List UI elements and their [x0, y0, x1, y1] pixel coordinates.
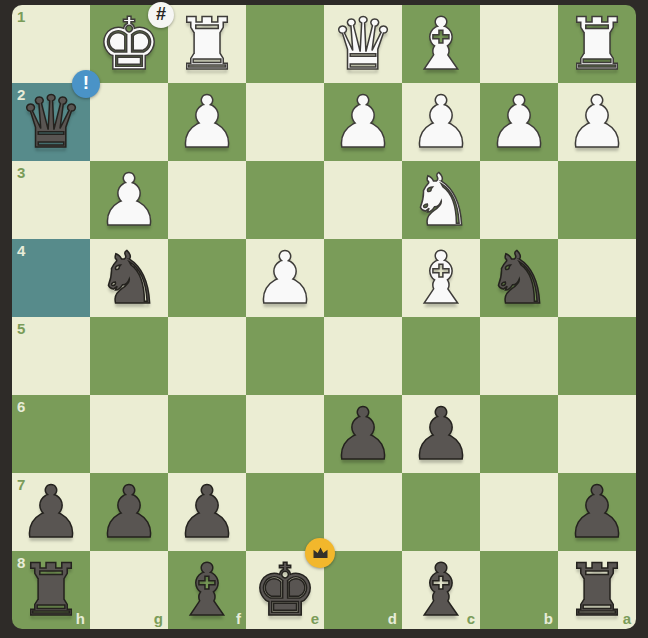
piece-white-pawn[interactable]: ♟ [409, 83, 474, 161]
piece-black-bishop[interactable]: ♝ [409, 551, 474, 629]
square-g3[interactable]: ♟ [90, 161, 168, 239]
piece-black-pawn[interactable]: ♟ [175, 473, 240, 551]
square-d3[interactable] [324, 161, 402, 239]
piece-white-knight[interactable]: ♞ [409, 161, 474, 239]
piece-white-pawn[interactable]: ♟ [331, 83, 396, 161]
rank-label-6: 6 [17, 399, 25, 414]
square-h3[interactable]: 3 [12, 161, 90, 239]
square-b5[interactable] [480, 317, 558, 395]
square-b4[interactable]: ♞ [480, 239, 558, 317]
square-c5[interactable] [402, 317, 480, 395]
piece-black-pawn[interactable]: ♟ [409, 395, 474, 473]
file-label-f: f [236, 611, 241, 626]
square-h2[interactable]: ♛2 [12, 83, 90, 161]
square-d4[interactable] [324, 239, 402, 317]
piece-black-pawn[interactable]: ♟ [19, 473, 84, 551]
square-a6[interactable] [558, 395, 636, 473]
piece-white-pawn[interactable]: ♟ [487, 83, 552, 161]
rank-label-4: 4 [17, 243, 25, 258]
square-c2[interactable]: ♟ [402, 83, 480, 161]
square-e3[interactable] [246, 161, 324, 239]
rank-label-3: 3 [17, 165, 25, 180]
square-c4[interactable]: ♝ [402, 239, 480, 317]
square-f2[interactable]: ♟ [168, 83, 246, 161]
square-e2[interactable] [246, 83, 324, 161]
square-f7[interactable]: ♟ [168, 473, 246, 551]
square-f1[interactable]: ♜ [168, 5, 246, 83]
piece-white-bishop[interactable]: ♝ [409, 5, 474, 83]
piece-black-rook[interactable]: ♜ [565, 551, 630, 629]
piece-black-pawn[interactable]: ♟ [565, 473, 630, 551]
piece-black-pawn[interactable]: ♟ [331, 395, 396, 473]
file-label-c: c [467, 611, 475, 626]
piece-black-queen[interactable]: ♛ [19, 83, 84, 161]
square-g1[interactable]: ♚ [90, 5, 168, 83]
piece-white-rook[interactable]: ♜ [565, 5, 630, 83]
square-b2[interactable]: ♟ [480, 83, 558, 161]
square-d2[interactable]: ♟ [324, 83, 402, 161]
square-a3[interactable] [558, 161, 636, 239]
rank-label-5: 5 [17, 321, 25, 336]
square-a5[interactable] [558, 317, 636, 395]
square-h5[interactable]: 5 [12, 317, 90, 395]
square-d1[interactable]: ♛ [324, 5, 402, 83]
square-a7[interactable]: ♟ [558, 473, 636, 551]
square-d8[interactable]: d [324, 551, 402, 629]
square-d5[interactable] [324, 317, 402, 395]
square-c3[interactable]: ♞ [402, 161, 480, 239]
square-b7[interactable] [480, 473, 558, 551]
square-a8[interactable]: ♜a [558, 551, 636, 629]
rank-label-2: 2 [17, 87, 25, 102]
square-h1[interactable]: 1 [12, 5, 90, 83]
rank-label-8: 8 [17, 555, 25, 570]
piece-white-bishop[interactable]: ♝ [409, 239, 474, 317]
chess-board: 1♚♜♛♝♜♛2♟♟♟♟♟3♟♞4♞♟♝♞56♟♟♟7♟♟♟♜8hg♝f♚ed♝… [12, 5, 636, 629]
square-h8[interactable]: ♜8h [12, 551, 90, 629]
file-label-d: d [388, 611, 397, 626]
file-label-g: g [154, 611, 163, 626]
square-d7[interactable] [324, 473, 402, 551]
rank-label-7: 7 [17, 477, 25, 492]
square-g5[interactable] [90, 317, 168, 395]
piece-white-queen[interactable]: ♛ [331, 5, 396, 83]
square-b6[interactable] [480, 395, 558, 473]
piece-white-king[interactable]: ♚ [97, 5, 162, 83]
square-e1[interactable] [246, 5, 324, 83]
square-f4[interactable] [168, 239, 246, 317]
square-a1[interactable]: ♜ [558, 5, 636, 83]
square-c7[interactable] [402, 473, 480, 551]
square-a2[interactable]: ♟ [558, 83, 636, 161]
piece-black-knight[interactable]: ♞ [487, 239, 552, 317]
square-f5[interactable] [168, 317, 246, 395]
piece-black-bishop[interactable]: ♝ [175, 551, 240, 629]
file-label-e: e [311, 611, 319, 626]
piece-white-pawn[interactable]: ♟ [253, 239, 318, 317]
square-e5[interactable] [246, 317, 324, 395]
square-h7[interactable]: ♟7 [12, 473, 90, 551]
file-label-h: h [76, 611, 85, 626]
square-g7[interactable]: ♟ [90, 473, 168, 551]
piece-white-pawn[interactable]: ♟ [175, 83, 240, 161]
piece-black-rook[interactable]: ♜ [19, 551, 84, 629]
square-c1[interactable]: ♝ [402, 5, 480, 83]
rank-label-1: 1 [17, 9, 25, 24]
square-f6[interactable] [168, 395, 246, 473]
square-a4[interactable] [558, 239, 636, 317]
piece-white-rook[interactable]: ♜ [175, 5, 240, 83]
square-e4[interactable]: ♟ [246, 239, 324, 317]
square-b8[interactable]: b [480, 551, 558, 629]
square-c6[interactable]: ♟ [402, 395, 480, 473]
file-label-a: a [623, 611, 631, 626]
square-b1[interactable] [480, 5, 558, 83]
game-screen: 1♚♜♛♝♜♛2♟♟♟♟♟3♟♞4♞♟♝♞56♟♟♟7♟♟♟♜8hg♝f♚ed♝… [0, 0, 648, 638]
square-g4[interactable]: ♞ [90, 239, 168, 317]
piece-white-pawn[interactable]: ♟ [565, 83, 630, 161]
piece-black-knight[interactable]: ♞ [97, 239, 162, 317]
square-e8[interactable]: ♚e [246, 551, 324, 629]
square-d6[interactable]: ♟ [324, 395, 402, 473]
square-b3[interactable] [480, 161, 558, 239]
piece-black-pawn[interactable]: ♟ [97, 473, 162, 551]
square-e6[interactable] [246, 395, 324, 473]
square-e7[interactable] [246, 473, 324, 551]
square-f8[interactable]: ♝f [168, 551, 246, 629]
piece-black-king[interactable]: ♚ [253, 551, 318, 629]
square-h6[interactable]: 6 [12, 395, 90, 473]
square-c8[interactable]: ♝c [402, 551, 480, 629]
square-f3[interactable] [168, 161, 246, 239]
square-g8[interactable]: g [90, 551, 168, 629]
square-g6[interactable] [90, 395, 168, 473]
square-g2[interactable] [90, 83, 168, 161]
file-label-b: b [544, 611, 553, 626]
square-h4[interactable]: 4 [12, 239, 90, 317]
piece-white-pawn[interactable]: ♟ [97, 161, 162, 239]
